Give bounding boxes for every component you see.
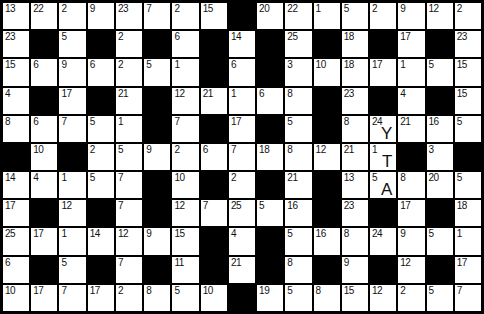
cell-number: 7 bbox=[61, 116, 66, 127]
cell-number: 8 bbox=[316, 285, 321, 296]
cell-number: 23 bbox=[344, 200, 354, 211]
cell-number: 2 bbox=[400, 285, 405, 296]
cell-r4c1[interactable]: 4 bbox=[2, 87, 30, 115]
cell-r8c1[interactable]: 17 bbox=[2, 199, 30, 227]
cell-r6c14[interactable]: 1T bbox=[369, 143, 397, 171]
cell-number: 2 bbox=[118, 59, 123, 70]
cell-r7c4[interactable]: 5 bbox=[87, 171, 115, 199]
cell-number: 21 bbox=[344, 144, 354, 155]
cell-number: 23 bbox=[344, 88, 354, 99]
cell-number: 8 bbox=[400, 172, 405, 183]
cell-number: 21 bbox=[400, 116, 410, 127]
cell-number: 16 bbox=[429, 116, 439, 127]
cell-r9c9[interactable]: 4 bbox=[228, 227, 256, 255]
cell-number: 5 bbox=[146, 59, 151, 70]
cell-r10c15[interactable]: 12 bbox=[397, 256, 425, 284]
cell-number: 6 bbox=[203, 144, 208, 155]
cell-number: 8 bbox=[344, 116, 349, 127]
cell-r3c3[interactable]: 9 bbox=[58, 58, 86, 86]
block-cell-r6c3 bbox=[58, 143, 86, 171]
cell-r1c13[interactable]: 5 bbox=[341, 2, 369, 30]
cell-number: 1 bbox=[372, 144, 377, 155]
block-cell-r4c16 bbox=[426, 87, 454, 115]
revealed-letter: Y bbox=[381, 125, 392, 143]
cell-r4c7[interactable]: 12 bbox=[171, 87, 199, 115]
cell-r1c2[interactable]: 22 bbox=[30, 2, 58, 30]
cell-number: 2 bbox=[118, 31, 123, 42]
cell-r6c16[interactable]: 3 bbox=[426, 143, 454, 171]
cell-r7c14[interactable]: 5A bbox=[369, 171, 397, 199]
cell-number: 14 bbox=[5, 172, 15, 183]
block-cell-r4c4 bbox=[87, 87, 115, 115]
block-cell-r8c14 bbox=[369, 199, 397, 227]
cell-number: 22 bbox=[33, 3, 43, 14]
cell-r4c5[interactable]: 21 bbox=[115, 87, 143, 115]
cell-r1c6[interactable]: 7 bbox=[143, 2, 171, 30]
cell-number: 5 bbox=[287, 285, 292, 296]
cell-number: 17 bbox=[400, 31, 410, 42]
cell-number: 20 bbox=[429, 172, 439, 183]
cell-number: 8 bbox=[146, 285, 151, 296]
cell-r7c9[interactable]: 2 bbox=[228, 171, 256, 199]
cell-r1c10[interactable]: 20 bbox=[256, 2, 284, 30]
cell-r1c5[interactable]: 23 bbox=[115, 2, 143, 30]
cell-number: 8 bbox=[287, 144, 292, 155]
cell-r5c13[interactable]: 8 bbox=[341, 115, 369, 143]
cell-r8c8[interactable]: 7 bbox=[200, 199, 228, 227]
cell-r5c16[interactable]: 16 bbox=[426, 115, 454, 143]
cell-number: 2 bbox=[90, 144, 95, 155]
cell-r11c14[interactable]: 12 bbox=[369, 284, 397, 312]
cell-r5c7[interactable]: 7 bbox=[171, 115, 199, 143]
cell-number: 12 bbox=[174, 200, 184, 211]
cell-number: 7 bbox=[118, 200, 123, 211]
cell-r9c16[interactable]: 5 bbox=[426, 227, 454, 255]
cell-r6c10[interactable]: 18 bbox=[256, 143, 284, 171]
cell-number: 18 bbox=[259, 144, 269, 155]
cell-r11c1[interactable]: 10 bbox=[2, 284, 30, 312]
cell-r9c17[interactable]: 1 bbox=[454, 227, 482, 255]
cell-number: 15 bbox=[344, 285, 354, 296]
cell-r5c14[interactable]: 24Y bbox=[369, 115, 397, 143]
cell-r7c1[interactable]: 14 bbox=[2, 171, 30, 199]
cell-r7c11[interactable]: 21 bbox=[284, 171, 312, 199]
cell-r7c7[interactable]: 10 bbox=[171, 171, 199, 199]
cell-r9c14[interactable]: 24 bbox=[369, 227, 397, 255]
block-cell-r8c12 bbox=[313, 199, 341, 227]
cell-r6c12[interactable]: 12 bbox=[313, 143, 341, 171]
block-cell-r4c14 bbox=[369, 87, 397, 115]
cell-r4c11[interactable]: 8 bbox=[284, 87, 312, 115]
block-cell-r2c2 bbox=[30, 30, 58, 58]
cell-r3c9[interactable]: 6 bbox=[228, 58, 256, 86]
cell-number: 25 bbox=[5, 228, 15, 239]
cell-number: 7 bbox=[174, 116, 179, 127]
cell-number: 8 bbox=[287, 88, 292, 99]
cell-number: 21 bbox=[231, 257, 241, 268]
cell-number: 25 bbox=[287, 31, 297, 42]
cell-r1c16[interactable]: 12 bbox=[426, 2, 454, 30]
block-cell-r3c10 bbox=[256, 58, 284, 86]
cell-number: 12 bbox=[316, 144, 326, 155]
cell-r8c5[interactable]: 7 bbox=[115, 199, 143, 227]
cell-number: 5 bbox=[259, 200, 264, 211]
cell-number: 2 bbox=[231, 172, 236, 183]
cell-r1c11[interactable]: 22 bbox=[284, 2, 312, 30]
cell-r8c10[interactable]: 5 bbox=[256, 199, 284, 227]
cell-number: 23 bbox=[5, 31, 15, 42]
cell-number: 17 bbox=[33, 285, 43, 296]
cell-r6c7[interactable]: 2 bbox=[171, 143, 199, 171]
block-cell-r7c10 bbox=[256, 171, 284, 199]
cell-number: 15 bbox=[457, 88, 467, 99]
cell-r2c7[interactable]: 6 bbox=[171, 30, 199, 58]
codeword-grid: 1322292372152022152912223526142518172315… bbox=[0, 0, 484, 314]
cell-r6c4[interactable]: 2 bbox=[87, 143, 115, 171]
cell-r4c17[interactable]: 15 bbox=[454, 87, 482, 115]
cell-number: 6 bbox=[5, 257, 10, 268]
cell-r8c17[interactable]: 18 bbox=[454, 199, 482, 227]
cell-number: 4 bbox=[231, 228, 236, 239]
cell-r5c17[interactable]: 5 bbox=[454, 115, 482, 143]
block-cell-r9c8 bbox=[200, 227, 228, 255]
cell-r6c8[interactable]: 6 bbox=[200, 143, 228, 171]
block-cell-r10c16 bbox=[426, 256, 454, 284]
block-cell-r2c10 bbox=[256, 30, 284, 58]
cell-number: 2 bbox=[457, 3, 462, 14]
cell-number: 15 bbox=[174, 228, 184, 239]
revealed-letter: T bbox=[382, 153, 392, 171]
cell-number: 16 bbox=[316, 228, 326, 239]
cell-r8c11[interactable]: 16 bbox=[284, 199, 312, 227]
cell-number: 2 bbox=[174, 144, 179, 155]
cell-number: 15 bbox=[457, 59, 467, 70]
block-cell-r5c8 bbox=[200, 115, 228, 143]
cell-number: 13 bbox=[344, 172, 354, 183]
cell-r3c7[interactable]: 1 bbox=[171, 58, 199, 86]
cell-number: 5 bbox=[429, 59, 434, 70]
cell-number: 3 bbox=[429, 144, 434, 155]
cell-r5c3[interactable]: 7 bbox=[58, 115, 86, 143]
cell-r5c4[interactable]: 5 bbox=[87, 115, 115, 143]
cell-r9c3[interactable]: 1 bbox=[58, 227, 86, 255]
cell-r3c5[interactable]: 2 bbox=[115, 58, 143, 86]
cell-number: 23 bbox=[457, 31, 467, 42]
block-cell-r2c16 bbox=[426, 30, 454, 58]
cell-r10c7[interactable]: 11 bbox=[171, 256, 199, 284]
cell-number: 17 bbox=[231, 116, 241, 127]
cell-r5c5[interactable]: 1 bbox=[115, 115, 143, 143]
cell-r7c2[interactable]: 4 bbox=[30, 171, 58, 199]
cell-r4c3[interactable]: 17 bbox=[58, 87, 86, 115]
cell-r2c9[interactable]: 14 bbox=[228, 30, 256, 58]
cell-number: 12 bbox=[400, 257, 410, 268]
cell-r3c17[interactable]: 15 bbox=[454, 58, 482, 86]
cell-number: 13 bbox=[5, 3, 15, 14]
cell-number: 15 bbox=[203, 3, 213, 14]
cell-number: 6 bbox=[33, 59, 38, 70]
cell-r2c5[interactable]: 2 bbox=[115, 30, 143, 58]
cell-number: 5 bbox=[429, 228, 434, 239]
cell-number: 1 bbox=[174, 59, 179, 70]
cell-number: 18 bbox=[344, 31, 354, 42]
block-cell-r10c8 bbox=[200, 256, 228, 284]
cell-number: 5 bbox=[61, 31, 66, 42]
cell-r1c3[interactable]: 2 bbox=[58, 2, 86, 30]
cell-r7c17[interactable]: 5 bbox=[454, 171, 482, 199]
cell-number: 5 bbox=[90, 116, 95, 127]
cell-number: 7 bbox=[457, 285, 462, 296]
cell-number: 10 bbox=[33, 144, 43, 155]
cell-r1c7[interactable]: 2 bbox=[171, 2, 199, 30]
cell-number: 21 bbox=[203, 88, 213, 99]
cell-number: 14 bbox=[90, 228, 100, 239]
cell-r10c11[interactable]: 8 bbox=[284, 256, 312, 284]
cell-r6c11[interactable]: 8 bbox=[284, 143, 312, 171]
cell-number: 1 bbox=[400, 59, 405, 70]
cell-number: 23 bbox=[118, 3, 128, 14]
cell-r10c17[interactable]: 17 bbox=[454, 256, 482, 284]
block-cell-r10c10 bbox=[256, 256, 284, 284]
cell-r8c15[interactable]: 17 bbox=[397, 199, 425, 227]
cell-r9c7[interactable]: 15 bbox=[171, 227, 199, 255]
cell-r10c3[interactable]: 5 bbox=[58, 256, 86, 284]
cell-r9c5[interactable]: 12 bbox=[115, 227, 143, 255]
cell-number: 7 bbox=[61, 285, 66, 296]
cell-number: 20 bbox=[259, 3, 269, 14]
cell-number: 8 bbox=[287, 257, 292, 268]
cell-r6c13[interactable]: 21 bbox=[341, 143, 369, 171]
block-cell-r2c4 bbox=[87, 30, 115, 58]
cell-number: 17 bbox=[400, 200, 410, 211]
cell-r11c15[interactable]: 2 bbox=[397, 284, 425, 312]
cell-number: 6 bbox=[174, 31, 179, 42]
block-cell-r6c1 bbox=[2, 143, 30, 171]
cell-r11c8[interactable]: 10 bbox=[200, 284, 228, 312]
cell-number: 12 bbox=[174, 88, 184, 99]
cell-number: 5 bbox=[118, 144, 123, 155]
cell-r4c10[interactable]: 6 bbox=[256, 87, 284, 115]
cell-r9c6[interactable]: 9 bbox=[143, 227, 171, 255]
block-cell-r5c10 bbox=[256, 115, 284, 143]
cell-r9c1[interactable]: 25 bbox=[2, 227, 30, 255]
cell-r11c13[interactable]: 15 bbox=[341, 284, 369, 312]
cell-r7c16[interactable]: 20 bbox=[426, 171, 454, 199]
cell-r11c3[interactable]: 7 bbox=[58, 284, 86, 312]
cell-r4c15[interactable]: 4 bbox=[397, 87, 425, 115]
cell-number: 12 bbox=[429, 3, 439, 14]
cell-r3c14[interactable]: 17 bbox=[369, 58, 397, 86]
cell-number: 10 bbox=[316, 59, 326, 70]
cell-r11c16[interactable]: 5 bbox=[426, 284, 454, 312]
cell-number: 9 bbox=[400, 228, 405, 239]
block-cell-r8c2 bbox=[30, 199, 58, 227]
cell-number: 1 bbox=[61, 172, 66, 183]
cell-number: 7 bbox=[146, 3, 151, 14]
cell-number: 5 bbox=[287, 116, 292, 127]
block-cell-r5c6 bbox=[143, 115, 171, 143]
cell-r7c5[interactable]: 7 bbox=[115, 171, 143, 199]
cell-number: 22 bbox=[287, 3, 297, 14]
block-cell-r8c16 bbox=[426, 199, 454, 227]
cell-r10c5[interactable]: 7 bbox=[115, 256, 143, 284]
cell-number: 21 bbox=[287, 172, 297, 183]
cell-number: 5 bbox=[372, 172, 377, 183]
cell-number: 5 bbox=[61, 257, 66, 268]
cell-r9c4[interactable]: 14 bbox=[87, 227, 115, 255]
cell-r10c1[interactable]: 6 bbox=[2, 256, 30, 284]
cell-r3c1[interactable]: 15 bbox=[2, 58, 30, 86]
block-cell-r10c6 bbox=[143, 256, 171, 284]
cell-number: 7 bbox=[118, 172, 123, 183]
cell-r5c1[interactable]: 8 bbox=[2, 115, 30, 143]
cell-number: 17 bbox=[33, 228, 43, 239]
cell-r11c2[interactable]: 17 bbox=[30, 284, 58, 312]
cell-r9c15[interactable]: 9 bbox=[397, 227, 425, 255]
cell-r1c4[interactable]: 9 bbox=[87, 2, 115, 30]
cell-r11c10[interactable]: 19 bbox=[256, 284, 284, 312]
cell-r11c7[interactable]: 5 bbox=[171, 284, 199, 312]
cell-number: 1 bbox=[316, 3, 321, 14]
revealed-letter: A bbox=[381, 181, 392, 199]
cell-number: 8 bbox=[5, 116, 10, 127]
cell-r10c13[interactable]: 9 bbox=[341, 256, 369, 284]
cell-number: 10 bbox=[5, 285, 15, 296]
block-cell-r3c8 bbox=[200, 58, 228, 86]
cell-r9c12[interactable]: 16 bbox=[313, 227, 341, 255]
cell-number: 24 bbox=[372, 228, 382, 239]
cell-number: 17 bbox=[5, 200, 15, 211]
cell-number: 3 bbox=[287, 59, 292, 70]
cell-r3c16[interactable]: 5 bbox=[426, 58, 454, 86]
cell-r9c11[interactable]: 5 bbox=[284, 227, 312, 255]
cell-r5c15[interactable]: 21 bbox=[397, 115, 425, 143]
cell-r6c9[interactable]: 7 bbox=[228, 143, 256, 171]
cell-number: 5 bbox=[174, 285, 179, 296]
cell-r2c15[interactable]: 17 bbox=[397, 30, 425, 58]
cell-number: 2 bbox=[61, 3, 66, 14]
cell-r2c13[interactable]: 18 bbox=[341, 30, 369, 58]
cell-r3c15[interactable]: 1 bbox=[397, 58, 425, 86]
cell-r5c11[interactable]: 5 bbox=[284, 115, 312, 143]
cell-number: 9 bbox=[400, 3, 405, 14]
cell-number: 6 bbox=[259, 88, 264, 99]
cell-number: 21 bbox=[118, 88, 128, 99]
cell-number: 5 bbox=[287, 228, 292, 239]
cell-r11c11[interactable]: 5 bbox=[284, 284, 312, 312]
cell-number: 1 bbox=[61, 228, 66, 239]
cell-number: 17 bbox=[372, 59, 382, 70]
cell-r9c13[interactable]: 8 bbox=[341, 227, 369, 255]
cell-number: 9 bbox=[146, 144, 151, 155]
block-cell-r1c9 bbox=[228, 2, 256, 30]
cell-number: 19 bbox=[259, 285, 269, 296]
cell-r7c13[interactable]: 13 bbox=[341, 171, 369, 199]
block-cell-r10c14 bbox=[369, 256, 397, 284]
block-cell-r6c17 bbox=[454, 143, 482, 171]
cell-number: 8 bbox=[344, 228, 349, 239]
cell-r3c13[interactable]: 18 bbox=[341, 58, 369, 86]
cell-number: 9 bbox=[344, 257, 349, 268]
block-cell-r4c12 bbox=[313, 87, 341, 115]
cell-r11c6[interactable]: 8 bbox=[143, 284, 171, 312]
cell-number: 4 bbox=[5, 88, 10, 99]
cell-r11c17[interactable]: 7 bbox=[454, 284, 482, 312]
cell-r2c3[interactable]: 5 bbox=[58, 30, 86, 58]
block-cell-r2c6 bbox=[143, 30, 171, 58]
cell-r1c17[interactable]: 2 bbox=[454, 2, 482, 30]
cell-number: 4 bbox=[400, 88, 405, 99]
cell-r8c13[interactable]: 23 bbox=[341, 199, 369, 227]
cell-r11c12[interactable]: 8 bbox=[313, 284, 341, 312]
cell-r7c3[interactable]: 1 bbox=[58, 171, 86, 199]
cell-r4c9[interactable]: 1 bbox=[228, 87, 256, 115]
cell-r8c3[interactable]: 12 bbox=[58, 199, 86, 227]
cell-number: 1 bbox=[231, 88, 236, 99]
cell-r10c9[interactable]: 21 bbox=[228, 256, 256, 284]
cell-number: 2 bbox=[372, 3, 377, 14]
cell-number: 15 bbox=[5, 59, 15, 70]
cell-number: 5 bbox=[90, 172, 95, 183]
block-cell-r4c6 bbox=[143, 87, 171, 115]
cell-number: 2 bbox=[174, 3, 179, 14]
cell-r1c1[interactable]: 13 bbox=[2, 2, 30, 30]
block-cell-r9c10 bbox=[256, 227, 284, 255]
cell-r4c13[interactable]: 23 bbox=[341, 87, 369, 115]
cell-number: 7 bbox=[118, 257, 123, 268]
cell-number: 17 bbox=[61, 88, 71, 99]
cell-number: 18 bbox=[344, 59, 354, 70]
cell-r9c2[interactable]: 17 bbox=[30, 227, 58, 255]
cell-number: 5 bbox=[457, 172, 462, 183]
cell-r6c6[interactable]: 9 bbox=[143, 143, 171, 171]
cell-number: 2 bbox=[118, 285, 123, 296]
cell-r1c8[interactable]: 15 bbox=[200, 2, 228, 30]
cell-r3c12[interactable]: 10 bbox=[313, 58, 341, 86]
cell-r4c8[interactable]: 21 bbox=[200, 87, 228, 115]
cell-r3c11[interactable]: 3 bbox=[284, 58, 312, 86]
cell-r1c15[interactable]: 9 bbox=[397, 2, 425, 30]
cell-r2c17[interactable]: 23 bbox=[454, 30, 482, 58]
cell-number: 18 bbox=[457, 200, 467, 211]
cell-r2c11[interactable]: 25 bbox=[284, 30, 312, 58]
cell-number: 12 bbox=[118, 228, 128, 239]
cell-r6c5[interactable]: 5 bbox=[115, 143, 143, 171]
cell-number: 11 bbox=[174, 257, 183, 268]
cell-r6c2[interactable]: 10 bbox=[30, 143, 58, 171]
cell-number: 4 bbox=[33, 172, 38, 183]
cell-r1c12[interactable]: 1 bbox=[313, 2, 341, 30]
cell-r8c9[interactable]: 25 bbox=[228, 199, 256, 227]
cell-number: 6 bbox=[33, 116, 38, 127]
cell-r3c4[interactable]: 6 bbox=[87, 58, 115, 86]
cell-r3c2[interactable]: 6 bbox=[30, 58, 58, 86]
block-cell-r11c9 bbox=[228, 284, 256, 312]
cell-r3c6[interactable]: 5 bbox=[143, 58, 171, 86]
block-cell-r10c12 bbox=[313, 256, 341, 284]
block-cell-r10c2 bbox=[30, 256, 58, 284]
cell-r5c9[interactable]: 17 bbox=[228, 115, 256, 143]
cell-number: 16 bbox=[287, 200, 297, 211]
cell-r7c15[interactable]: 8 bbox=[397, 171, 425, 199]
cell-r2c1[interactable]: 23 bbox=[2, 30, 30, 58]
block-cell-r7c8 bbox=[200, 171, 228, 199]
cell-r11c4[interactable]: 17 bbox=[87, 284, 115, 312]
cell-r11c5[interactable]: 2 bbox=[115, 284, 143, 312]
cell-r1c14[interactable]: 2 bbox=[369, 2, 397, 30]
cell-r8c7[interactable]: 12 bbox=[171, 199, 199, 227]
cell-r5c2[interactable]: 6 bbox=[30, 115, 58, 143]
